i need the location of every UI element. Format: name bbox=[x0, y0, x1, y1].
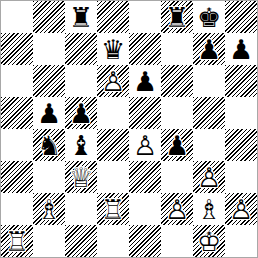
square-h3[interactable] bbox=[225, 161, 257, 193]
black-pawn-piece[interactable]: ♟♟ bbox=[129, 65, 161, 97]
square-g1[interactable]: ♚♔ bbox=[193, 225, 225, 257]
square-h6[interactable] bbox=[225, 65, 257, 97]
square-d3[interactable] bbox=[97, 161, 129, 193]
square-d4[interactable] bbox=[97, 129, 129, 161]
square-c6[interactable] bbox=[65, 65, 97, 97]
piece-glyph: ♜ bbox=[161, 1, 193, 33]
piece-glyph: ♛ bbox=[97, 33, 129, 65]
square-a7[interactable] bbox=[1, 33, 33, 65]
square-e5[interactable] bbox=[129, 97, 161, 129]
square-a2[interactable] bbox=[1, 193, 33, 225]
black-pawn-piece[interactable]: ♟♟ bbox=[33, 97, 65, 129]
square-c4[interactable]: ♝♝ bbox=[65, 129, 97, 161]
square-a1[interactable]: ♜♖ bbox=[1, 225, 33, 257]
square-f4[interactable]: ♟♟ bbox=[161, 129, 193, 161]
chess-diagram: ♜♜♜♜♚♚♛♛♟♟♟♟♟♙♟♟♟♟♟♟♞♞♝♝♟♙♟♟♛♕♟♙♝♗♜♖♟♙♝♗… bbox=[0, 0, 258, 258]
piece-glyph: ♟ bbox=[65, 97, 97, 129]
square-f3[interactable] bbox=[161, 161, 193, 193]
square-a3[interactable] bbox=[1, 161, 33, 193]
white-pawn-piece[interactable]: ♟♙ bbox=[161, 193, 193, 225]
square-f1[interactable] bbox=[161, 225, 193, 257]
square-c3[interactable]: ♛♕ bbox=[65, 161, 97, 193]
piece-glyph: ♟ bbox=[161, 129, 193, 161]
square-e8[interactable] bbox=[129, 1, 161, 33]
square-g4[interactable] bbox=[193, 129, 225, 161]
white-queen-piece[interactable]: ♛♕ bbox=[65, 161, 97, 193]
piece-glyph: ♕ bbox=[65, 161, 97, 193]
piece-glyph: ♖ bbox=[97, 193, 129, 225]
black-queen-piece[interactable]: ♛♛ bbox=[97, 33, 129, 65]
square-b2[interactable]: ♝♗ bbox=[33, 193, 65, 225]
square-g3[interactable]: ♟♙ bbox=[193, 161, 225, 193]
square-g8[interactable]: ♚♚ bbox=[193, 1, 225, 33]
square-b1[interactable] bbox=[33, 225, 65, 257]
square-f5[interactable] bbox=[161, 97, 193, 129]
chess-board: ♜♜♜♜♚♚♛♛♟♟♟♟♟♙♟♟♟♟♟♟♞♞♝♝♟♙♟♟♛♕♟♙♝♗♜♖♟♙♝♗… bbox=[0, 0, 258, 258]
square-e1[interactable] bbox=[129, 225, 161, 257]
piece-glyph: ♟ bbox=[33, 97, 65, 129]
square-f8[interactable]: ♜♜ bbox=[161, 1, 193, 33]
square-h8[interactable] bbox=[225, 1, 257, 33]
piece-glyph: ♟ bbox=[193, 33, 225, 65]
black-pawn-piece[interactable]: ♟♟ bbox=[65, 97, 97, 129]
square-b3[interactable] bbox=[33, 161, 65, 193]
white-rook-piece[interactable]: ♜♖ bbox=[97, 193, 129, 225]
square-c2[interactable] bbox=[65, 193, 97, 225]
square-d5[interactable] bbox=[97, 97, 129, 129]
square-g5[interactable] bbox=[193, 97, 225, 129]
white-pawn-piece[interactable]: ♟♙ bbox=[225, 193, 257, 225]
piece-glyph: ♙ bbox=[193, 161, 225, 193]
square-d6[interactable]: ♟♙ bbox=[97, 65, 129, 97]
square-a8[interactable] bbox=[1, 1, 33, 33]
piece-glyph: ♚ bbox=[193, 1, 225, 33]
black-rook-piece[interactable]: ♜♜ bbox=[65, 1, 97, 33]
square-h5[interactable] bbox=[225, 97, 257, 129]
piece-glyph: ♜ bbox=[65, 1, 97, 33]
white-bishop-piece[interactable]: ♝♗ bbox=[193, 193, 225, 225]
square-b8[interactable] bbox=[33, 1, 65, 33]
square-d8[interactable] bbox=[97, 1, 129, 33]
square-g6[interactable] bbox=[193, 65, 225, 97]
black-pawn-piece[interactable]: ♟♟ bbox=[193, 33, 225, 65]
square-c1[interactable] bbox=[65, 225, 97, 257]
black-bishop-piece[interactable]: ♝♝ bbox=[65, 129, 97, 161]
square-c8[interactable]: ♜♜ bbox=[65, 1, 97, 33]
square-g7[interactable]: ♟♟ bbox=[193, 33, 225, 65]
square-e4[interactable]: ♟♙ bbox=[129, 129, 161, 161]
square-b5[interactable]: ♟♟ bbox=[33, 97, 65, 129]
black-king-piece[interactable]: ♚♚ bbox=[193, 1, 225, 33]
square-e7[interactable] bbox=[129, 33, 161, 65]
square-h4[interactable] bbox=[225, 129, 257, 161]
square-c5[interactable]: ♟♟ bbox=[65, 97, 97, 129]
square-e6[interactable]: ♟♟ bbox=[129, 65, 161, 97]
white-pawn-piece[interactable]: ♟♙ bbox=[193, 161, 225, 193]
square-d2[interactable]: ♜♖ bbox=[97, 193, 129, 225]
square-h2[interactable]: ♟♙ bbox=[225, 193, 257, 225]
piece-glyph: ♟ bbox=[225, 33, 257, 65]
white-bishop-piece[interactable]: ♝♗ bbox=[33, 193, 65, 225]
piece-glyph: ♗ bbox=[193, 193, 225, 225]
piece-glyph: ♙ bbox=[129, 129, 161, 161]
square-a4[interactable] bbox=[1, 129, 33, 161]
square-e2[interactable] bbox=[129, 193, 161, 225]
square-e3[interactable] bbox=[129, 161, 161, 193]
piece-glyph: ♙ bbox=[97, 65, 129, 97]
piece-glyph: ♗ bbox=[33, 193, 65, 225]
white-pawn-piece[interactable]: ♟♙ bbox=[97, 65, 129, 97]
square-f6[interactable] bbox=[161, 65, 193, 97]
square-g2[interactable]: ♝♗ bbox=[193, 193, 225, 225]
square-f2[interactable]: ♟♙ bbox=[161, 193, 193, 225]
square-f7[interactable] bbox=[161, 33, 193, 65]
square-d1[interactable] bbox=[97, 225, 129, 257]
square-h1[interactable] bbox=[225, 225, 257, 257]
piece-glyph: ♟ bbox=[129, 65, 161, 97]
white-king-piece[interactable]: ♚♔ bbox=[193, 225, 225, 257]
square-c7[interactable] bbox=[65, 33, 97, 65]
piece-glyph: ♙ bbox=[161, 193, 193, 225]
white-rook-piece[interactable]: ♜♖ bbox=[1, 225, 33, 257]
square-b7[interactable] bbox=[33, 33, 65, 65]
black-pawn-piece[interactable]: ♟♟ bbox=[161, 129, 193, 161]
piece-glyph: ♝ bbox=[65, 129, 97, 161]
piece-glyph: ♞ bbox=[33, 129, 65, 161]
black-knight-piece[interactable]: ♞♞ bbox=[33, 129, 65, 161]
square-a6[interactable] bbox=[1, 65, 33, 97]
white-pawn-piece[interactable]: ♟♙ bbox=[129, 129, 161, 161]
black-rook-piece[interactable]: ♜♜ bbox=[161, 1, 193, 33]
black-pawn-piece[interactable]: ♟♟ bbox=[225, 33, 257, 65]
piece-glyph: ♔ bbox=[193, 225, 225, 257]
square-a5[interactable] bbox=[1, 97, 33, 129]
piece-glyph: ♙ bbox=[225, 193, 257, 225]
piece-glyph: ♖ bbox=[1, 225, 33, 257]
square-h7[interactable]: ♟♟ bbox=[225, 33, 257, 65]
square-b4[interactable]: ♞♞ bbox=[33, 129, 65, 161]
square-d7[interactable]: ♛♛ bbox=[97, 33, 129, 65]
square-b6[interactable] bbox=[33, 65, 65, 97]
